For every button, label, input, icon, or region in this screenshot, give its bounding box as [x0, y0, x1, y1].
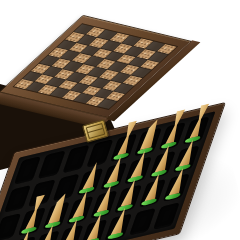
- chess-piece-pawn: [83, 212, 109, 240]
- tray-slot: [62, 145, 89, 173]
- tray-slot: [14, 156, 41, 184]
- chess-box-photo: [0, 0, 240, 240]
- tray-slot: [38, 151, 65, 179]
- tray-slot: [4, 185, 31, 213]
- piece-wood-body: [167, 166, 189, 196]
- piece-wood-body: [71, 189, 93, 219]
- piece-wood-body: [109, 206, 131, 236]
- chess-piece-pawn: [107, 206, 133, 240]
- piece-wood-body: [37, 223, 59, 240]
- piece-wood-body: [129, 149, 151, 179]
- piece-wood-body: [119, 178, 141, 208]
- piece-wood-body: [61, 217, 83, 240]
- piece-wood-body: [177, 138, 199, 168]
- tray-slot: [81, 219, 108, 240]
- piece-wood-body: [143, 172, 165, 202]
- tray-slot: [57, 225, 84, 240]
- piece-wood-body: [81, 160, 103, 190]
- tray-slot: [129, 208, 156, 236]
- board-lid: [0, 15, 192, 118]
- piece-wood-body: [85, 212, 107, 240]
- tray-slot: [0, 213, 21, 240]
- tray-slot: [8, 236, 35, 240]
- tray-slot: [139, 179, 166, 207]
- piece-wood-body: [153, 143, 175, 173]
- piece-wood-body: [105, 155, 127, 185]
- tray-slot: [33, 230, 60, 240]
- piece-wood-body: [95, 183, 117, 213]
- tray-slot: [105, 213, 132, 240]
- piece-wood-body: [13, 229, 35, 240]
